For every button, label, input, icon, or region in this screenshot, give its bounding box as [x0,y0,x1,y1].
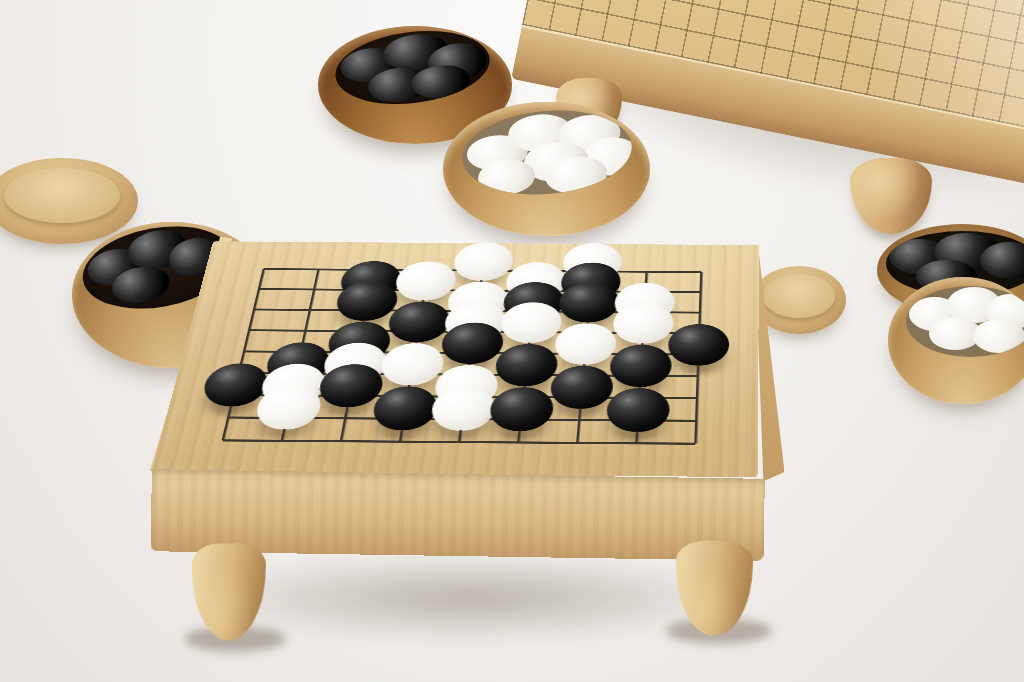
intersection-A7[interactable] [223,299,284,320]
intersection-D6[interactable] [388,321,448,342]
intersection-A6[interactable] [218,319,279,340]
table-scene [0,0,1024,682]
intersection-F4[interactable] [496,364,556,386]
intersection-H9[interactable] [618,262,674,282]
intersection-G1[interactable] [547,431,608,455]
black-stone[interactable] [606,388,670,433]
intersection-G7[interactable] [559,301,616,322]
goban-leg-left [191,543,266,641]
intersection-E2[interactable] [431,407,493,430]
intersection-G2[interactable] [549,408,609,431]
white-stone[interactable] [452,242,515,281]
intersection-B8[interactable] [284,279,344,300]
intersection-D2[interactable] [372,407,434,430]
black-stone[interactable] [558,282,620,322]
goban-surface [152,241,760,477]
black-stone[interactable] [609,345,672,388]
intersection-A5[interactable] [213,340,275,362]
intersection-A3[interactable] [202,384,265,407]
white-stone[interactable] [612,303,674,344]
intersection-D1[interactable] [368,430,431,454]
intersection-H1[interactable] [606,431,666,455]
intersection-A9[interactable] [234,259,293,279]
intersection-H6[interactable] [614,322,672,343]
intersection-E5[interactable] [441,342,501,364]
intersection-J4[interactable] [668,365,726,387]
intersection-B2[interactable] [255,406,318,429]
intersection-D8[interactable] [395,280,453,301]
intersection-J9[interactable] [673,262,728,282]
black-stone[interactable] [549,366,614,410]
intersection-H2[interactable] [608,409,668,432]
intersection-A8[interactable] [229,279,289,300]
intersection-C2[interactable] [314,407,377,430]
intersection-G3[interactable] [551,386,611,409]
intersection-A1[interactable] [190,428,255,452]
intersection-J7[interactable] [671,302,727,323]
white-stone[interactable] [554,323,617,365]
intersection-E1[interactable] [428,430,490,454]
goban-leg-right [675,541,753,637]
intersection-J1[interactable] [665,432,725,456]
goban-grid [190,259,729,455]
intersection-C1[interactable] [309,429,372,453]
intersection-E9[interactable] [454,260,511,280]
intersection-C3[interactable] [318,384,380,407]
main-goban [0,0,1024,682]
intersection-J3[interactable] [667,387,726,410]
intersection-A2[interactable] [196,406,260,429]
intersection-F1[interactable] [487,431,549,455]
intersection-B7[interactable] [279,299,339,320]
intersection-H4[interactable] [611,365,670,387]
intersection-J5[interactable] [669,344,727,366]
intersection-C7[interactable] [335,300,395,321]
intersection-J2[interactable] [666,409,725,432]
intersection-B6[interactable] [275,320,336,341]
intersection-B1[interactable] [250,429,314,453]
intersection-J8[interactable] [672,282,728,303]
intersection-F6[interactable] [501,321,560,342]
intersection-B9[interactable] [289,259,348,279]
intersection-F2[interactable] [490,408,551,431]
intersection-D4[interactable] [380,363,441,385]
intersection-G5[interactable] [555,343,614,365]
black-stone[interactable] [668,324,729,366]
